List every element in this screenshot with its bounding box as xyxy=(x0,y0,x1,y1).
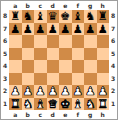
square-g5[interactable] xyxy=(84,48,97,61)
square-e1[interactable]: ♚ xyxy=(59,98,72,111)
black-bishop: ♝ xyxy=(35,10,45,23)
rank-label-left-5: 5 xyxy=(1,48,9,61)
square-d3[interactable] xyxy=(47,73,60,86)
black-pawn: ♟ xyxy=(48,23,58,36)
rank-label-left-6: 6 xyxy=(1,35,9,48)
square-d1[interactable]: ♛ xyxy=(47,98,60,111)
black-bishop: ♝ xyxy=(73,10,83,23)
square-b4[interactable] xyxy=(22,60,35,73)
black-rook: ♜ xyxy=(98,10,108,23)
file-label-top-h: h xyxy=(97,1,110,10)
square-b1[interactable]: ♞ xyxy=(22,98,35,111)
corner-top-left xyxy=(1,1,9,10)
white-rook: ♜ xyxy=(10,98,20,111)
rank-label-left-2: 2 xyxy=(1,85,9,98)
white-rook: ♜ xyxy=(98,98,108,111)
square-h7[interactable]: ♟ xyxy=(97,23,110,36)
file-label-bottom-b: b xyxy=(22,110,35,119)
square-f1[interactable]: ♝ xyxy=(72,98,85,111)
square-a2[interactable]: ♟ xyxy=(9,85,22,98)
file-label-top-b: b xyxy=(22,1,35,10)
square-e8[interactable]: ♚ xyxy=(59,10,72,23)
white-knight: ♞ xyxy=(23,98,33,111)
square-g3[interactable] xyxy=(84,73,97,86)
file-label-top-c: c xyxy=(34,1,47,10)
rank-label-right-1: 1 xyxy=(109,98,117,111)
square-a1[interactable]: ♜ xyxy=(9,98,22,111)
rank-label-right-2: 2 xyxy=(109,85,117,98)
white-bishop: ♝ xyxy=(35,98,45,111)
square-g8[interactable]: ♞ xyxy=(84,10,97,23)
square-c6[interactable] xyxy=(34,35,47,48)
square-b5[interactable] xyxy=(22,48,35,61)
square-f8[interactable]: ♝ xyxy=(72,10,85,23)
white-pawn: ♟ xyxy=(35,85,45,98)
square-h2[interactable]: ♟ xyxy=(97,85,110,98)
file-label-bottom-f: f xyxy=(72,110,85,119)
black-king: ♚ xyxy=(60,10,70,23)
black-knight: ♞ xyxy=(23,10,33,23)
white-pawn: ♟ xyxy=(10,85,20,98)
square-f2[interactable]: ♟ xyxy=(72,85,85,98)
square-h5[interactable] xyxy=(97,48,110,61)
rank-label-right-6: 6 xyxy=(109,35,117,48)
square-e3[interactable] xyxy=(59,73,72,86)
square-a6[interactable] xyxy=(9,35,22,48)
corner-bottom-left xyxy=(1,110,9,119)
square-d5[interactable] xyxy=(47,48,60,61)
black-pawn: ♟ xyxy=(85,23,95,36)
file-label-bottom-a: a xyxy=(9,110,22,119)
white-pawn: ♟ xyxy=(48,85,58,98)
white-pawn: ♟ xyxy=(73,85,83,98)
white-pawn: ♟ xyxy=(60,85,70,98)
rank-label-left-8: 8 xyxy=(1,10,9,23)
square-g1[interactable]: ♞ xyxy=(84,98,97,111)
file-label-top-a: a xyxy=(9,1,22,10)
square-c5[interactable] xyxy=(34,48,47,61)
square-d4[interactable] xyxy=(47,60,60,73)
square-h3[interactable] xyxy=(97,73,110,86)
file-label-top-d: d xyxy=(47,1,60,10)
white-bishop: ♝ xyxy=(73,98,83,111)
square-h4[interactable] xyxy=(97,60,110,73)
rank-label-left-3: 3 xyxy=(1,73,9,86)
rank-label-left-7: 7 xyxy=(1,23,9,36)
square-c3[interactable] xyxy=(34,73,47,86)
file-label-bottom-g: g xyxy=(84,110,97,119)
square-g7[interactable]: ♟ xyxy=(84,23,97,36)
rank-label-right-5: 5 xyxy=(109,48,117,61)
file-label-top-e: e xyxy=(59,1,72,10)
rank-label-right-7: 7 xyxy=(109,23,117,36)
white-pawn: ♟ xyxy=(98,85,108,98)
square-h8[interactable]: ♜ xyxy=(97,10,110,23)
white-king: ♚ xyxy=(60,98,70,111)
file-label-bottom-h: h xyxy=(97,110,110,119)
square-e5[interactable] xyxy=(59,48,72,61)
black-rook: ♜ xyxy=(10,10,20,23)
white-knight: ♞ xyxy=(85,98,95,111)
square-b7[interactable]: ♟ xyxy=(22,23,35,36)
black-pawn: ♟ xyxy=(23,23,33,36)
square-h6[interactable] xyxy=(97,35,110,48)
file-label-top-g: g xyxy=(84,1,97,10)
black-queen: ♛ xyxy=(48,10,58,23)
square-f3[interactable] xyxy=(72,73,85,86)
black-pawn: ♟ xyxy=(60,23,70,36)
rank-label-left-1: 1 xyxy=(1,98,9,111)
black-knight: ♞ xyxy=(85,10,95,23)
square-c1[interactable]: ♝ xyxy=(34,98,47,111)
file-label-top-f: f xyxy=(72,1,85,10)
white-pawn: ♟ xyxy=(23,85,33,98)
square-f4[interactable] xyxy=(72,60,85,73)
square-a7[interactable]: ♟ xyxy=(9,23,22,36)
white-pawn: ♟ xyxy=(85,85,95,98)
rank-label-left-4: 4 xyxy=(1,60,9,73)
rank-label-right-4: 4 xyxy=(109,60,117,73)
square-d8[interactable]: ♛ xyxy=(47,10,60,23)
square-g6[interactable] xyxy=(84,35,97,48)
chess-board: abcdefgh8♜♞♝♛♚♝♞♜87♟♟♟♟♟♟♟♟7665544332♟♟♟… xyxy=(0,0,118,120)
black-pawn: ♟ xyxy=(10,23,20,36)
square-e6[interactable] xyxy=(59,35,72,48)
square-f5[interactable] xyxy=(72,48,85,61)
white-queen: ♛ xyxy=(48,98,58,111)
square-f6[interactable] xyxy=(72,35,85,48)
rank-label-right-3: 3 xyxy=(109,73,117,86)
black-pawn: ♟ xyxy=(73,23,83,36)
rank-label-right-8: 8 xyxy=(109,10,117,23)
square-f7[interactable]: ♟ xyxy=(72,23,85,36)
square-a5[interactable] xyxy=(9,48,22,61)
black-pawn: ♟ xyxy=(35,23,45,36)
corner-top-right xyxy=(109,1,117,10)
square-e7[interactable]: ♟ xyxy=(59,23,72,36)
square-c2[interactable]: ♟ xyxy=(34,85,47,98)
file-label-bottom-e: e xyxy=(59,110,72,119)
square-g2[interactable]: ♟ xyxy=(84,85,97,98)
corner-bottom-right xyxy=(109,110,117,119)
square-d6[interactable] xyxy=(47,35,60,48)
square-a8[interactable]: ♜ xyxy=(9,10,22,23)
square-h1[interactable]: ♜ xyxy=(97,98,110,111)
square-b3[interactable] xyxy=(22,73,35,86)
square-e4[interactable] xyxy=(59,60,72,73)
square-d2[interactable]: ♟ xyxy=(47,85,60,98)
square-e2[interactable]: ♟ xyxy=(59,85,72,98)
square-g4[interactable] xyxy=(84,60,97,73)
square-c7[interactable]: ♟ xyxy=(34,23,47,36)
square-b8[interactable]: ♞ xyxy=(22,10,35,23)
file-label-bottom-c: c xyxy=(34,110,47,119)
square-b6[interactable] xyxy=(22,35,35,48)
square-a4[interactable] xyxy=(9,60,22,73)
square-d7[interactable]: ♟ xyxy=(47,23,60,36)
square-c8[interactable]: ♝ xyxy=(34,10,47,23)
file-label-bottom-d: d xyxy=(47,110,60,119)
square-c4[interactable] xyxy=(34,60,47,73)
square-a3[interactable] xyxy=(9,73,22,86)
black-pawn: ♟ xyxy=(98,23,108,36)
square-b2[interactable]: ♟ xyxy=(22,85,35,98)
